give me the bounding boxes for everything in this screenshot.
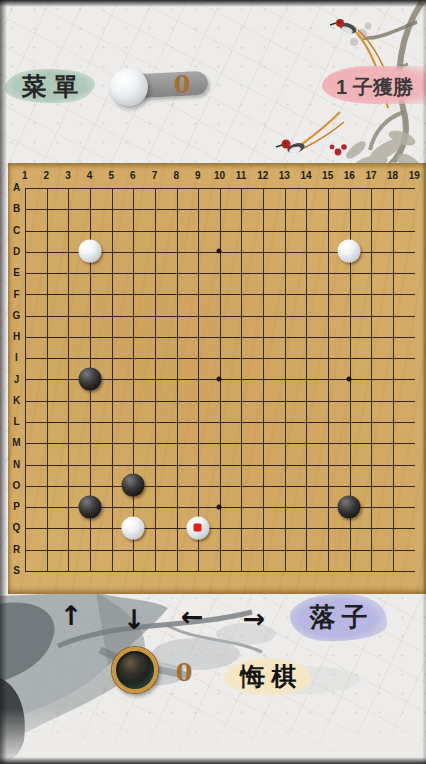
board-intersection[interactable] — [360, 220, 382, 241]
board-intersection[interactable] — [209, 411, 231, 432]
board-intersection[interactable] — [295, 241, 317, 262]
board-intersection[interactable] — [100, 241, 122, 262]
board-intersection[interactable] — [338, 517, 360, 538]
board-intersection[interactable] — [14, 496, 36, 517]
board-intersection[interactable] — [403, 241, 425, 262]
board-intersection[interactable] — [165, 198, 187, 219]
board-intersection[interactable] — [230, 560, 252, 581]
board-intersection[interactable] — [187, 432, 209, 453]
board-intersection[interactable] — [122, 220, 144, 241]
board-intersection[interactable] — [230, 305, 252, 326]
board-intersection[interactable] — [274, 198, 296, 219]
board-intersection[interactable] — [274, 475, 296, 496]
board-intersection[interactable] — [382, 326, 404, 347]
board-intersection[interactable] — [144, 390, 166, 411]
board-intersection[interactable] — [14, 432, 36, 453]
board-intersection[interactable] — [382, 368, 404, 389]
board-intersection[interactable] — [209, 390, 231, 411]
board-intersection[interactable] — [14, 241, 36, 262]
board-intersection[interactable] — [360, 177, 382, 198]
board-intersection[interactable] — [209, 198, 231, 219]
board-intersection[interactable] — [144, 368, 166, 389]
board-intersection[interactable] — [274, 560, 296, 581]
board-intersection[interactable] — [36, 411, 58, 432]
board-intersection[interactable] — [252, 262, 274, 283]
board-intersection[interactable] — [36, 220, 58, 241]
board-intersection[interactable] — [14, 198, 36, 219]
board-intersection[interactable] — [338, 390, 360, 411]
board-intersection[interactable] — [122, 390, 144, 411]
board-intersection[interactable] — [230, 198, 252, 219]
board-intersection[interactable] — [338, 454, 360, 475]
board-intersection[interactable] — [274, 411, 296, 432]
board-intersection[interactable] — [144, 305, 166, 326]
board-intersection[interactable] — [144, 496, 166, 517]
board-intersection[interactable] — [230, 241, 252, 262]
board-intersection[interactable] — [317, 496, 339, 517]
board-intersection[interactable] — [274, 326, 296, 347]
board-intersection[interactable] — [360, 305, 382, 326]
board-intersection[interactable] — [252, 326, 274, 347]
board-intersection[interactable] — [403, 220, 425, 241]
board-intersection[interactable] — [403, 347, 425, 368]
board-intersection[interactable] — [230, 454, 252, 475]
board-intersection[interactable] — [382, 411, 404, 432]
board-intersection[interactable] — [57, 283, 79, 304]
board-intersection[interactable] — [36, 368, 58, 389]
board-intersection[interactable] — [209, 220, 231, 241]
board-intersection[interactable] — [165, 517, 187, 538]
menu-button[interactable]: 菜單 — [5, 69, 95, 103]
board-intersection[interactable] — [165, 454, 187, 475]
board-intersection[interactable] — [14, 454, 36, 475]
board-intersection[interactable] — [36, 390, 58, 411]
board-intersection[interactable] — [295, 305, 317, 326]
board-intersection[interactable] — [14, 262, 36, 283]
board-intersection[interactable] — [338, 475, 360, 496]
board-intersection[interactable] — [122, 475, 144, 496]
board-intersection[interactable] — [144, 539, 166, 560]
board-intersection[interactable] — [403, 454, 425, 475]
board-intersection[interactable] — [209, 539, 231, 560]
board-intersection[interactable] — [252, 560, 274, 581]
board-intersection[interactable] — [360, 241, 382, 262]
board-intersection[interactable] — [187, 390, 209, 411]
board-intersection[interactable] — [187, 368, 209, 389]
board-intersection[interactable] — [274, 347, 296, 368]
board-intersection[interactable] — [317, 305, 339, 326]
board-intersection[interactable] — [79, 220, 101, 241]
board-intersection[interactable] — [230, 390, 252, 411]
board-intersection[interactable] — [403, 539, 425, 560]
board-intersection[interactable] — [338, 220, 360, 241]
board-intersection[interactable] — [317, 198, 339, 219]
board-intersection[interactable] — [57, 241, 79, 262]
board-intersection[interactable] — [100, 220, 122, 241]
board-intersection[interactable] — [209, 368, 231, 389]
board-intersection[interactable] — [317, 432, 339, 453]
board-intersection[interactable] — [274, 177, 296, 198]
board-intersection[interactable] — [165, 305, 187, 326]
board-intersection[interactable] — [230, 220, 252, 241]
board-intersection[interactable] — [165, 241, 187, 262]
board-intersection[interactable] — [57, 496, 79, 517]
board-intersection[interactable] — [144, 198, 166, 219]
board-intersection[interactable] — [295, 475, 317, 496]
board-intersection[interactable] — [122, 347, 144, 368]
board-intersection[interactable] — [252, 177, 274, 198]
board-intersection[interactable] — [187, 496, 209, 517]
board-intersection[interactable] — [382, 517, 404, 538]
board-intersection[interactable] — [122, 560, 144, 581]
board-intersection[interactable] — [79, 241, 101, 262]
board-intersection[interactable] — [122, 368, 144, 389]
board-intersection[interactable] — [360, 496, 382, 517]
board-intersection[interactable] — [165, 283, 187, 304]
board-intersection[interactable] — [338, 432, 360, 453]
board-intersection[interactable] — [403, 496, 425, 517]
board-intersection[interactable] — [317, 347, 339, 368]
board-intersection[interactable] — [122, 432, 144, 453]
board-intersection[interactable] — [230, 326, 252, 347]
board-intersection[interactable] — [187, 411, 209, 432]
board-intersection[interactable] — [144, 517, 166, 538]
board-intersection[interactable] — [403, 262, 425, 283]
board-intersection[interactable] — [382, 220, 404, 241]
board-intersection[interactable] — [230, 177, 252, 198]
board-intersection[interactable] — [338, 347, 360, 368]
board-intersection[interactable] — [100, 262, 122, 283]
board-intersection[interactable] — [36, 241, 58, 262]
board-intersection[interactable] — [144, 262, 166, 283]
board-intersection[interactable] — [252, 390, 274, 411]
board-intersection[interactable] — [274, 454, 296, 475]
board-intersection[interactable] — [274, 241, 296, 262]
board-intersection[interactable] — [382, 390, 404, 411]
board-intersection[interactable] — [100, 305, 122, 326]
board-intersection[interactable] — [144, 560, 166, 581]
board-intersection[interactable] — [317, 560, 339, 581]
board-intersection[interactable] — [209, 454, 231, 475]
board-intersection[interactable] — [100, 326, 122, 347]
move-right-button[interactable]: → — [239, 603, 269, 634]
board-intersection[interactable] — [360, 454, 382, 475]
board-intersection[interactable] — [187, 177, 209, 198]
board-intersection[interactable] — [230, 368, 252, 389]
board-intersection[interactable] — [144, 454, 166, 475]
board-intersection[interactable] — [100, 432, 122, 453]
board-intersection[interactable] — [317, 220, 339, 241]
board-intersection[interactable] — [360, 198, 382, 219]
board-intersection[interactable] — [165, 539, 187, 560]
board-intersection[interactable] — [187, 326, 209, 347]
board-intersection[interactable] — [252, 347, 274, 368]
board-intersection[interactable] — [338, 283, 360, 304]
board-intersection[interactable] — [14, 347, 36, 368]
board-intersection[interactable] — [79, 432, 101, 453]
board-intersection[interactable] — [165, 177, 187, 198]
board-intersection[interactable] — [100, 390, 122, 411]
board-intersection[interactable] — [295, 283, 317, 304]
board-intersection[interactable] — [209, 496, 231, 517]
move-left-button[interactable]: ← — [177, 601, 207, 632]
board-intersection[interactable] — [382, 305, 404, 326]
board-intersection[interactable] — [403, 432, 425, 453]
board-intersection[interactable] — [165, 347, 187, 368]
board-intersection[interactable] — [382, 241, 404, 262]
board-intersection[interactable] — [57, 305, 79, 326]
board-intersection[interactable] — [230, 517, 252, 538]
board-intersection[interactable] — [36, 517, 58, 538]
board-intersection[interactable] — [187, 283, 209, 304]
board-intersection[interactable] — [79, 560, 101, 581]
board-intersection[interactable] — [144, 283, 166, 304]
board-intersection[interactable] — [252, 517, 274, 538]
board-intersection[interactable] — [338, 262, 360, 283]
board-intersection[interactable] — [122, 496, 144, 517]
board-intersection[interactable] — [100, 411, 122, 432]
board-intersection[interactable] — [57, 177, 79, 198]
board-intersection[interactable] — [382, 496, 404, 517]
board-intersection[interactable] — [252, 220, 274, 241]
board-intersection[interactable] — [144, 177, 166, 198]
board-intersection[interactable] — [403, 198, 425, 219]
board-intersection[interactable] — [209, 475, 231, 496]
board-intersection[interactable] — [57, 411, 79, 432]
board-intersection[interactable] — [57, 220, 79, 241]
board-intersection[interactable] — [360, 390, 382, 411]
board-intersection[interactable] — [209, 517, 231, 538]
board-intersection[interactable] — [295, 454, 317, 475]
board-intersection[interactable] — [57, 326, 79, 347]
board-intersection[interactable] — [274, 283, 296, 304]
board-intersection[interactable] — [360, 517, 382, 538]
board-intersection[interactable] — [230, 432, 252, 453]
board-intersection[interactable] — [382, 283, 404, 304]
board-intersection[interactable] — [79, 177, 101, 198]
board-intersection[interactable] — [57, 475, 79, 496]
board-intersection[interactable] — [209, 262, 231, 283]
board-intersection[interactable] — [382, 560, 404, 581]
board-intersection[interactable] — [79, 198, 101, 219]
board-intersection[interactable] — [382, 539, 404, 560]
board-intersection[interactable] — [79, 347, 101, 368]
board-intersection[interactable] — [122, 454, 144, 475]
board-intersection[interactable] — [57, 517, 79, 538]
board-intersection[interactable] — [403, 326, 425, 347]
board-intersection[interactable] — [165, 475, 187, 496]
board-intersection[interactable] — [317, 411, 339, 432]
board-intersection[interactable] — [36, 432, 58, 453]
board-intersection[interactable] — [122, 411, 144, 432]
board-intersection[interactable] — [187, 517, 209, 538]
board-intersection[interactable] — [317, 177, 339, 198]
board-intersection[interactable] — [274, 496, 296, 517]
board-intersection[interactable] — [295, 368, 317, 389]
board-intersection[interactable] — [57, 347, 79, 368]
board-intersection[interactable] — [209, 432, 231, 453]
board-intersection[interactable] — [295, 390, 317, 411]
board-intersection[interactable] — [14, 539, 36, 560]
board-intersection[interactable] — [252, 198, 274, 219]
board-intersection[interactable] — [14, 475, 36, 496]
board-intersection[interactable] — [274, 220, 296, 241]
board-intersection[interactable] — [338, 411, 360, 432]
board-intersection[interactable] — [295, 560, 317, 581]
board-intersection[interactable] — [122, 539, 144, 560]
board-intersection[interactable] — [295, 539, 317, 560]
board-intersection[interactable] — [338, 560, 360, 581]
board-intersection[interactable] — [274, 390, 296, 411]
board-intersection[interactable] — [36, 454, 58, 475]
board-intersection[interactable] — [14, 220, 36, 241]
board-intersection[interactable] — [382, 198, 404, 219]
board-intersection[interactable] — [360, 411, 382, 432]
board-intersection[interactable] — [36, 283, 58, 304]
board-intersection[interactable] — [57, 262, 79, 283]
board-intersection[interactable] — [338, 241, 360, 262]
board-intersection[interactable] — [122, 241, 144, 262]
board-intersection[interactable] — [317, 283, 339, 304]
board-intersection[interactable] — [36, 475, 58, 496]
board-intersection[interactable] — [79, 326, 101, 347]
board-intersection[interactable] — [144, 411, 166, 432]
board-intersection[interactable] — [57, 560, 79, 581]
board-intersection[interactable] — [252, 283, 274, 304]
board-intersection[interactable] — [274, 368, 296, 389]
board-intersection[interactable] — [144, 475, 166, 496]
board-intersection[interactable] — [230, 283, 252, 304]
board-intersection[interactable] — [360, 432, 382, 453]
board-intersection[interactable] — [187, 262, 209, 283]
board-intersection[interactable] — [252, 241, 274, 262]
board-intersection[interactable] — [360, 283, 382, 304]
board-intersection[interactable] — [57, 390, 79, 411]
board-intersection[interactable] — [317, 475, 339, 496]
board-intersection[interactable] — [79, 454, 101, 475]
board-intersection[interactable] — [295, 262, 317, 283]
board-intersection[interactable] — [274, 305, 296, 326]
board-intersection[interactable] — [36, 347, 58, 368]
board-intersection[interactable] — [403, 560, 425, 581]
board-intersection[interactable] — [274, 432, 296, 453]
board-intersection[interactable] — [57, 454, 79, 475]
board-intersection[interactable] — [338, 305, 360, 326]
board-intersection[interactable] — [144, 220, 166, 241]
board-intersection[interactable] — [36, 177, 58, 198]
board-intersection[interactable] — [187, 198, 209, 219]
board-intersection[interactable] — [165, 411, 187, 432]
board-intersection[interactable] — [382, 475, 404, 496]
board-intersection[interactable] — [100, 198, 122, 219]
board-intersection[interactable] — [36, 326, 58, 347]
board-intersection[interactable] — [79, 305, 101, 326]
board-intersection[interactable] — [403, 475, 425, 496]
board-intersection[interactable] — [79, 539, 101, 560]
board-intersection[interactable] — [317, 326, 339, 347]
board-intersection[interactable] — [317, 517, 339, 538]
board-intersection[interactable] — [382, 177, 404, 198]
board-intersection[interactable] — [230, 411, 252, 432]
board-intersection[interactable] — [209, 241, 231, 262]
board-intersection[interactable] — [187, 220, 209, 241]
board-intersection[interactable] — [14, 326, 36, 347]
board-intersection[interactable] — [252, 454, 274, 475]
board-intersection[interactable] — [403, 517, 425, 538]
board-intersection[interactable] — [36, 305, 58, 326]
board-intersection[interactable] — [338, 198, 360, 219]
board-intersection[interactable] — [403, 283, 425, 304]
board-intersection[interactable] — [14, 305, 36, 326]
board-intersection[interactable] — [122, 262, 144, 283]
board-intersection[interactable] — [360, 560, 382, 581]
board-intersection[interactable] — [144, 241, 166, 262]
board-intersection[interactable] — [14, 517, 36, 538]
board-intersection[interactable] — [165, 432, 187, 453]
board-intersection[interactable] — [122, 326, 144, 347]
board-intersection[interactable] — [122, 283, 144, 304]
board-intersection[interactable] — [36, 560, 58, 581]
undo-button[interactable]: 悔棋 — [224, 658, 312, 695]
board-intersection[interactable] — [14, 411, 36, 432]
board-intersection[interactable] — [14, 177, 36, 198]
board-intersection[interactable] — [57, 368, 79, 389]
board-intersection[interactable] — [187, 347, 209, 368]
board-intersection[interactable] — [36, 496, 58, 517]
board-intersection[interactable] — [295, 411, 317, 432]
board-intersection[interactable] — [187, 539, 209, 560]
board-intersection[interactable] — [317, 539, 339, 560]
board-intersection[interactable] — [100, 517, 122, 538]
board-intersection[interactable] — [165, 220, 187, 241]
board-intersection[interactable] — [36, 262, 58, 283]
board-intersection[interactable] — [165, 262, 187, 283]
board-intersection[interactable] — [382, 432, 404, 453]
board-intersection[interactable] — [36, 539, 58, 560]
board-intersection[interactable] — [100, 475, 122, 496]
board-intersection[interactable] — [252, 432, 274, 453]
board-intersection[interactable] — [403, 390, 425, 411]
board-intersection[interactable] — [338, 496, 360, 517]
board-intersection[interactable] — [230, 496, 252, 517]
board-intersection[interactable] — [122, 198, 144, 219]
board-intersection[interactable] — [100, 347, 122, 368]
board-intersection[interactable] — [57, 539, 79, 560]
board-intersection[interactable] — [79, 262, 101, 283]
board-intersection[interactable] — [338, 368, 360, 389]
board-intersection[interactable] — [79, 496, 101, 517]
board-intersection[interactable] — [295, 198, 317, 219]
board-intersection[interactable] — [14, 390, 36, 411]
board-intersection[interactable] — [144, 326, 166, 347]
board-intersection[interactable] — [317, 241, 339, 262]
board-intersection[interactable] — [79, 517, 101, 538]
board-intersection[interactable] — [187, 560, 209, 581]
board-intersection[interactable] — [382, 262, 404, 283]
board-intersection[interactable] — [252, 305, 274, 326]
board-intersection[interactable] — [382, 347, 404, 368]
board-intersection[interactable] — [122, 517, 144, 538]
board-intersection[interactable] — [295, 347, 317, 368]
board-intersection[interactable] — [100, 454, 122, 475]
board-intersection[interactable] — [79, 475, 101, 496]
board-intersection[interactable] — [209, 347, 231, 368]
board-intersection[interactable] — [317, 262, 339, 283]
board-intersection[interactable] — [295, 496, 317, 517]
board-intersection[interactable] — [187, 475, 209, 496]
board-intersection[interactable] — [57, 432, 79, 453]
board-intersection[interactable] — [382, 454, 404, 475]
